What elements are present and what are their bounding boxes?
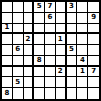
cell-r4c5-empty[interactable] bbox=[45, 34, 56, 45]
cell-r6c4-given-8[interactable]: 8 bbox=[34, 56, 45, 67]
cell-r8c9-empty[interactable] bbox=[88, 77, 99, 88]
cell-r8c8-empty[interactable] bbox=[77, 77, 88, 88]
cell-r6c3-empty[interactable] bbox=[24, 56, 35, 67]
cell-r2c5-given-6[interactable]: 6 bbox=[45, 13, 56, 24]
cell-r9c3-empty[interactable] bbox=[24, 88, 35, 99]
cell-r1c7-given-3[interactable]: 3 bbox=[67, 2, 78, 13]
cell-r2c7-empty[interactable] bbox=[67, 13, 78, 24]
cell-r1c6-empty[interactable] bbox=[56, 2, 67, 13]
cell-r2c3-empty[interactable] bbox=[24, 13, 35, 24]
cell-r4c4-empty[interactable] bbox=[34, 34, 45, 45]
cell-r2c9-given-9[interactable]: 9 bbox=[88, 13, 99, 24]
cell-r4c3-given-2[interactable]: 2 bbox=[24, 34, 35, 45]
cell-r5c7-given-5[interactable]: 5 bbox=[67, 45, 78, 56]
cell-r4c6-given-1[interactable]: 1 bbox=[56, 34, 67, 45]
cell-r4c1-empty[interactable] bbox=[2, 34, 13, 45]
cell-r3c1-given-1[interactable]: 1 bbox=[2, 24, 13, 35]
cell-r1c8-empty[interactable] bbox=[77, 2, 88, 13]
cell-r9c1-given-8[interactable]: 8 bbox=[2, 88, 13, 99]
cell-r8c3-empty[interactable] bbox=[24, 77, 35, 88]
cell-r5c1-empty[interactable] bbox=[2, 45, 13, 56]
cell-r9c2-empty[interactable] bbox=[13, 88, 24, 99]
cell-r8c1-empty[interactable] bbox=[2, 77, 13, 88]
cell-r7c5-empty[interactable] bbox=[45, 67, 56, 78]
cell-r3c3-empty[interactable] bbox=[24, 24, 35, 35]
cell-r5c2-given-6[interactable]: 6 bbox=[13, 45, 24, 56]
cell-r3c2-empty[interactable] bbox=[13, 24, 24, 35]
cell-r1c2-empty[interactable] bbox=[13, 2, 24, 13]
cell-r1c4-given-5[interactable]: 5 bbox=[34, 2, 45, 13]
cell-r8c4-empty[interactable] bbox=[34, 77, 45, 88]
cell-r6c6-empty[interactable] bbox=[56, 56, 67, 67]
cell-r4c9-empty[interactable] bbox=[88, 34, 99, 45]
cell-r9c7-empty[interactable] bbox=[67, 88, 78, 99]
cell-r2c2-empty[interactable] bbox=[13, 13, 24, 24]
cell-r2c6-empty[interactable] bbox=[56, 13, 67, 24]
cell-r7c6-given-2[interactable]: 2 bbox=[56, 67, 67, 78]
cell-r9c5-empty[interactable] bbox=[45, 88, 56, 99]
cell-r4c7-empty[interactable] bbox=[67, 34, 78, 45]
cell-r1c9-empty[interactable] bbox=[88, 2, 99, 13]
cell-r3c4-empty[interactable] bbox=[34, 24, 45, 35]
cell-r9c9-empty[interactable] bbox=[88, 88, 99, 99]
cell-r8c5-empty[interactable] bbox=[45, 77, 56, 88]
cell-r3c7-empty[interactable] bbox=[67, 24, 78, 35]
cell-r3c9-empty[interactable] bbox=[88, 24, 99, 35]
cell-r6c7-empty[interactable] bbox=[67, 56, 78, 67]
cell-r3c6-empty[interactable] bbox=[56, 24, 67, 35]
cell-r7c2-empty[interactable] bbox=[13, 67, 24, 78]
cell-r9c6-empty[interactable] bbox=[56, 88, 67, 99]
cell-r1c3-empty[interactable] bbox=[24, 2, 35, 13]
cell-r7c3-empty[interactable] bbox=[24, 67, 35, 78]
cell-r6c5-empty[interactable] bbox=[45, 56, 56, 67]
cell-r6c8-given-4[interactable]: 4 bbox=[77, 56, 88, 67]
cell-r8c6-empty[interactable] bbox=[56, 77, 67, 88]
cell-r1c1-empty[interactable] bbox=[2, 2, 13, 13]
cell-r3c8-empty[interactable] bbox=[77, 24, 88, 35]
cell-r1c5-given-7[interactable]: 7 bbox=[45, 2, 56, 13]
cell-r6c2-empty[interactable] bbox=[13, 56, 24, 67]
cell-r7c8-given-1[interactable]: 1 bbox=[77, 67, 88, 78]
cell-r2c4-empty[interactable] bbox=[34, 13, 45, 24]
cell-r5c6-empty[interactable] bbox=[56, 45, 67, 56]
cell-r4c8-empty[interactable] bbox=[77, 34, 88, 45]
cell-r5c5-empty[interactable] bbox=[45, 45, 56, 56]
cell-r2c1-empty[interactable] bbox=[2, 13, 13, 24]
cell-r7c4-empty[interactable] bbox=[34, 67, 45, 78]
cell-r8c2-given-5[interactable]: 5 bbox=[13, 77, 24, 88]
cell-r9c4-empty[interactable] bbox=[34, 88, 45, 99]
sudoku-board: 57369121658421758 bbox=[0, 0, 101, 101]
cell-r7c1-empty[interactable] bbox=[2, 67, 13, 78]
cell-r7c7-empty[interactable] bbox=[67, 67, 78, 78]
cell-r8c7-empty[interactable] bbox=[67, 77, 78, 88]
cell-r2c8-empty[interactable] bbox=[77, 13, 88, 24]
cell-r5c3-empty[interactable] bbox=[24, 45, 35, 56]
cell-r4c2-empty[interactable] bbox=[13, 34, 24, 45]
cell-r7c9-given-7[interactable]: 7 bbox=[88, 67, 99, 78]
cell-r3c5-empty[interactable] bbox=[45, 24, 56, 35]
cell-r5c8-empty[interactable] bbox=[77, 45, 88, 56]
cell-r9c8-empty[interactable] bbox=[77, 88, 88, 99]
cell-r5c9-empty[interactable] bbox=[88, 45, 99, 56]
cell-r6c9-empty[interactable] bbox=[88, 56, 99, 67]
cell-r6c1-empty[interactable] bbox=[2, 56, 13, 67]
cell-r5c4-empty[interactable] bbox=[34, 45, 45, 56]
